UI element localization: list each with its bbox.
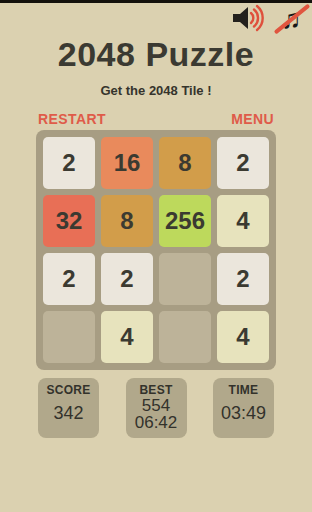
tile-4-r2c4: 4 xyxy=(217,195,269,247)
tile-2-r3c4: 2 xyxy=(217,253,269,305)
top-icon-bar: ♫ xyxy=(231,3,308,35)
tile-256-r2c3: 256 xyxy=(159,195,211,247)
score-label: SCORE xyxy=(38,383,99,397)
time-box: TIME 03:49 xyxy=(213,378,274,438)
page-title: 2048 Puzzle xyxy=(0,35,312,73)
tile-2-r3c2: 2 xyxy=(101,253,153,305)
tile-4-r4c2: 4 xyxy=(101,311,153,363)
empty-cell-r4c3 xyxy=(159,311,211,363)
score-value: 342 xyxy=(38,404,99,423)
empty-cell-r3c3 xyxy=(159,253,211,305)
stats-row: SCORE 342 BEST 554 06:42 TIME 03:49 xyxy=(0,378,312,438)
score-box: SCORE 342 xyxy=(38,378,99,438)
restart-button[interactable]: RESTART xyxy=(38,111,106,127)
tile-2-r3c1: 2 xyxy=(43,253,95,305)
sound-on-icon[interactable] xyxy=(231,4,265,34)
best-label: BEST xyxy=(126,383,187,397)
tile-2-r1c1: 2 xyxy=(43,137,95,189)
best-score-value: 554 xyxy=(126,398,187,414)
best-time-value: 06:42 xyxy=(126,415,187,431)
tile-4-r4c4: 4 xyxy=(217,311,269,363)
tile-2-r1c4: 2 xyxy=(217,137,269,189)
menu-button[interactable]: MENU xyxy=(231,111,274,127)
time-label: TIME xyxy=(213,383,274,397)
tile-32-r2c1: 32 xyxy=(43,195,95,247)
tile-8-r2c2: 8 xyxy=(101,195,153,247)
page-subtitle: Get the 2048 Tile ! xyxy=(0,84,312,98)
tile-8-r1c3: 8 xyxy=(159,137,211,189)
app-screen: ♫ 2048 Puzzle Get the 2048 Tile ! RESTAR… xyxy=(0,0,312,512)
empty-cell-r4c1 xyxy=(43,311,95,363)
game-board[interactable]: 21682328256422244 xyxy=(36,130,276,370)
controls-row: RESTART MENU xyxy=(0,111,312,127)
best-box: BEST 554 06:42 xyxy=(126,378,187,438)
music-muted-icon[interactable]: ♫ xyxy=(274,4,308,34)
time-value: 03:49 xyxy=(213,404,274,423)
tile-16-r1c2: 16 xyxy=(101,137,153,189)
